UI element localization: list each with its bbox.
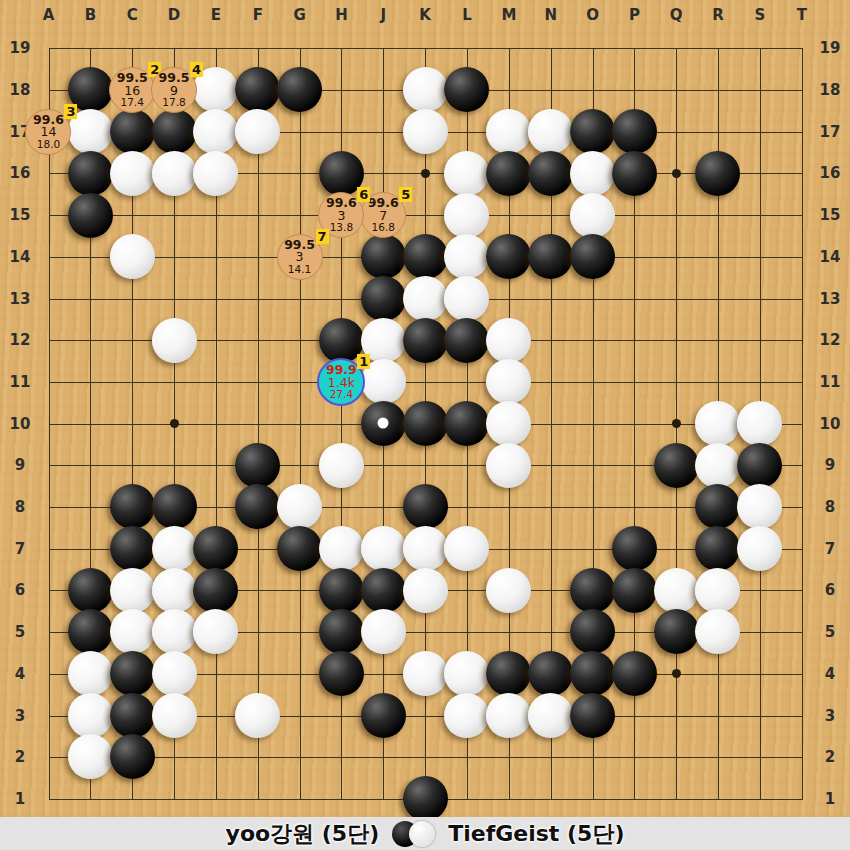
coord-label: 15	[820, 206, 841, 224]
stones-icon	[392, 821, 435, 847]
move-order-badge: 7	[316, 229, 329, 244]
coord-label: 16	[820, 164, 841, 182]
coord-label: 14	[820, 248, 841, 266]
move-order-badge: 5	[399, 187, 412, 202]
coord-label: 7	[825, 540, 835, 558]
coord-label: 12	[820, 331, 841, 349]
analysis-move-1[interactable]: 99.91.4k27.41	[317, 358, 365, 406]
coord-label: B	[85, 6, 96, 24]
coord-label: A	[43, 6, 55, 24]
coord-label: 8	[825, 498, 835, 516]
player-bar: yoo강원 (5단) TiefGeist (5단)	[0, 817, 850, 850]
coord-label: D	[168, 6, 180, 24]
coord-label: P	[629, 6, 640, 24]
coord-label: G	[293, 6, 305, 24]
coord-label: R	[712, 6, 724, 24]
coord-label: 3	[15, 707, 25, 725]
coord-label: K	[419, 6, 431, 24]
coord-label: 17	[820, 123, 841, 141]
coord-label: 2	[15, 748, 25, 766]
move-order-badge: 3	[64, 104, 77, 119]
coord-label: 5	[825, 623, 835, 641]
coord-label: 11	[820, 373, 841, 391]
coord-label: 5	[15, 623, 25, 641]
coord-label: L	[462, 6, 472, 24]
coord-label: C	[127, 6, 138, 24]
coord-label: 6	[15, 581, 25, 599]
analysis-move-3[interactable]: 99.61418.03	[25, 109, 71, 155]
coord-label: 1	[15, 790, 25, 808]
analysis-move-7[interactable]: 99.5314.17	[277, 234, 323, 280]
black-player-name: yoo강원 (5단)	[226, 819, 380, 849]
coord-label: 7	[15, 540, 25, 558]
coord-label: 9	[15, 456, 25, 474]
coord-label: Q	[670, 6, 683, 24]
analysis-move-2[interactable]: 99.51617.42	[109, 67, 155, 113]
coord-label: F	[253, 6, 263, 24]
coord-label: 3	[825, 707, 835, 725]
coord-label: 9	[825, 456, 835, 474]
coord-label: 2	[825, 748, 835, 766]
move-order-badge: 1	[357, 354, 370, 369]
coord-label: 13	[820, 290, 841, 308]
coord-label: N	[544, 6, 557, 24]
coord-label: 1	[825, 790, 835, 808]
coord-label: 10	[820, 415, 841, 433]
coord-label: S	[755, 6, 766, 24]
go-app: ABCDEFGHJKLMNOPQRST191918181717161615151…	[0, 0, 850, 850]
move-order-badge: 6	[357, 187, 370, 202]
coord-label: 6	[825, 581, 835, 599]
white-stone-icon	[409, 821, 435, 847]
coord-label: T	[797, 6, 807, 24]
coord-label: 19	[820, 39, 841, 57]
coord-label: 18	[820, 81, 841, 99]
coord-label: O	[586, 6, 599, 24]
coord-label: M	[501, 6, 516, 24]
coord-label: 4	[825, 665, 835, 683]
coord-label: H	[335, 6, 348, 24]
coord-label: 4	[15, 665, 25, 683]
coord-label: E	[211, 6, 221, 24]
coord-label: J	[381, 6, 387, 24]
white-player-name: TiefGeist (5단)	[448, 819, 624, 849]
move-order-badge: 4	[190, 62, 203, 77]
analysis-overlay-layer: 99.91.4k27.4199.51617.4299.61418.0399.59…	[28, 27, 823, 819]
analysis-move-4[interactable]: 99.5917.84	[151, 67, 197, 113]
coord-label: 8	[15, 498, 25, 516]
